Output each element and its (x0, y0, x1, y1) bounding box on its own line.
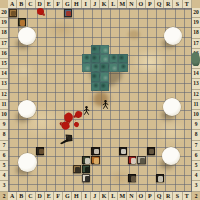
row-label: 8 (0, 130, 8, 140)
ruin-tile-K14 (100, 63, 109, 72)
column-label: F (54, 192, 63, 200)
blood-splatter-D20 (37, 8, 44, 15)
row-label: 4 (192, 171, 200, 181)
row-label: 14 (0, 69, 8, 79)
token-art (20, 20, 25, 26)
crater-marker (18, 27, 36, 45)
row-label: 19 (192, 18, 200, 28)
token-soldier-H3[interactable] (73, 165, 81, 173)
column-label: C (26, 0, 35, 8)
token-art (94, 158, 99, 164)
token-art (11, 11, 16, 17)
token-crate-D5[interactable] (36, 147, 44, 155)
column-label: M (118, 0, 127, 8)
token-soldier-M5[interactable] (119, 147, 127, 155)
column-label: R (164, 0, 173, 8)
crater-marker (164, 27, 182, 45)
crater-marker (18, 100, 36, 118)
token-art (121, 149, 126, 155)
row-label: 2 (192, 192, 200, 200)
row-label: 5 (192, 161, 200, 171)
ruin-tile-M15 (118, 54, 127, 63)
column-label: N (127, 0, 136, 8)
row-label: 20 (0, 8, 8, 18)
column-label: E (45, 192, 54, 200)
crater-marker (163, 98, 181, 116)
ruin-tile-I14 (82, 63, 91, 72)
row-label: 8 (192, 130, 200, 140)
token-soldier-B19[interactable] (18, 18, 26, 26)
token-art (131, 176, 136, 182)
column-label: G (63, 192, 72, 200)
token-soldier-J4[interactable] (91, 156, 99, 164)
token-soldier-N2[interactable] (128, 174, 136, 182)
column-label: P (146, 192, 155, 200)
column-label: I (82, 192, 91, 200)
ruin-tile-J12 (91, 82, 100, 91)
row-label: 3 (0, 181, 8, 191)
casualty-figure-icon[interactable] (102, 95, 109, 104)
token-soldier-gray-O4[interactable] (137, 156, 145, 164)
row-label: 11 (0, 100, 8, 110)
ruin-tile-I15 (82, 54, 91, 63)
column-labels-bottom: ABCDEFGHIJKLMNOPQRST (8, 192, 192, 200)
row-label: 19 (0, 18, 8, 28)
ruin-tile-K15 (100, 54, 109, 63)
row-label: 17 (0, 39, 8, 49)
token-soldier-I2[interactable] (82, 174, 90, 182)
ruin-tile-J16 (91, 45, 100, 54)
row-label: 5 (0, 161, 8, 171)
column-label: O (137, 192, 146, 200)
row-label: 4 (0, 171, 8, 181)
ruin-tile-K12 (100, 82, 109, 91)
row-label: 9 (0, 120, 8, 130)
ruin-tile-K16 (100, 45, 109, 54)
column-label: H (72, 0, 81, 8)
column-label: K (100, 192, 109, 200)
column-label: G (63, 0, 72, 8)
ground-stain (128, 30, 140, 39)
column-label: Q (155, 0, 164, 8)
token-art (66, 11, 71, 17)
row-label: 18 (0, 28, 8, 38)
ruin-tile-M14 (118, 63, 127, 72)
column-label: F (54, 0, 63, 8)
token-art (131, 158, 136, 164)
row-label: 18 (192, 28, 200, 38)
row-label: 17 (192, 39, 200, 49)
ruin-tile-L15 (109, 54, 118, 63)
column-label: L (109, 0, 118, 8)
column-label: E (45, 0, 54, 8)
token-soldier-P5[interactable] (147, 147, 155, 155)
token-soldier-I4[interactable] (82, 156, 90, 164)
row-label: 13 (0, 79, 8, 89)
column-label: K (100, 0, 109, 8)
column-label: A (8, 0, 17, 8)
column-label: A (8, 192, 17, 200)
bush-terrain (191, 52, 200, 67)
row-label: 12 (0, 90, 8, 100)
row-label: 10 (192, 110, 200, 120)
token-soldier-Q2[interactable] (156, 174, 164, 182)
row-label: 14 (192, 69, 200, 79)
ruin-tile-J15 (91, 54, 100, 63)
column-label: M (118, 192, 127, 200)
token-art (85, 176, 90, 182)
token-art (94, 149, 99, 155)
column-label: S (173, 0, 182, 8)
row-label: 15 (0, 59, 8, 69)
column-label: B (17, 192, 26, 200)
wreck-marker[interactable] (59, 131, 74, 143)
row-label: 2 (0, 192, 8, 200)
row-label: 7 (0, 141, 8, 151)
token-art (149, 149, 154, 155)
column-label: J (91, 192, 100, 200)
column-label: R (164, 192, 173, 200)
row-label: 7 (192, 141, 200, 151)
column-label: O (137, 0, 146, 8)
ruin-tile-L14 (109, 63, 118, 72)
token-soldier-I3[interactable] (82, 165, 90, 173)
token-art (75, 167, 80, 173)
token-soldier-G20[interactable] (64, 9, 72, 17)
column-label: B (17, 0, 26, 8)
column-label: Q (155, 192, 164, 200)
column-label: T (183, 0, 192, 8)
row-label: 12 (192, 90, 200, 100)
token-art (39, 149, 44, 155)
row-label: 20 (192, 8, 200, 18)
token-soldier-J5[interactable] (91, 147, 99, 155)
battle-map[interactable]: ABCDEFGHIJKLMNOPQRST ABCDEFGHIJKLMNOPQRS… (0, 0, 200, 200)
token-art (140, 158, 145, 164)
ruin-tile-K13 (100, 72, 109, 81)
token-art (158, 176, 163, 182)
column-label: S (173, 192, 182, 200)
row-label: 11 (192, 100, 200, 110)
token-soldier-red-N4[interactable] (128, 156, 136, 164)
column-label: T (183, 192, 192, 200)
column-label: D (36, 192, 45, 200)
row-labels-right: 2019181716151413121110987654321 (192, 8, 200, 192)
token-rubble-pile-A20[interactable] (9, 9, 17, 17)
column-label: P (146, 0, 155, 8)
token-art (85, 167, 90, 173)
casualty-figure-icon[interactable] (83, 101, 90, 110)
row-labels-left: 2019181716151413121110987654321 (0, 8, 8, 192)
crater-marker (162, 147, 180, 165)
row-label: 3 (192, 181, 200, 191)
column-label: I (82, 0, 91, 8)
row-label: 9 (192, 120, 200, 130)
column-label: C (26, 192, 35, 200)
column-label: N (127, 192, 136, 200)
column-label: L (109, 192, 118, 200)
row-label: 6 (0, 151, 8, 161)
ruin-tile-J13 (91, 72, 100, 81)
row-label: 16 (0, 49, 8, 59)
ruin-tile-J14 (91, 63, 100, 72)
token-art (85, 158, 90, 164)
column-labels-top: ABCDEFGHIJKLMNOPQRST (8, 0, 192, 8)
column-label: J (91, 0, 100, 8)
crater-marker (18, 153, 37, 172)
row-label: 6 (192, 151, 200, 161)
row-label: 13 (192, 79, 200, 89)
row-label: 10 (0, 110, 8, 120)
column-label: H (72, 192, 81, 200)
